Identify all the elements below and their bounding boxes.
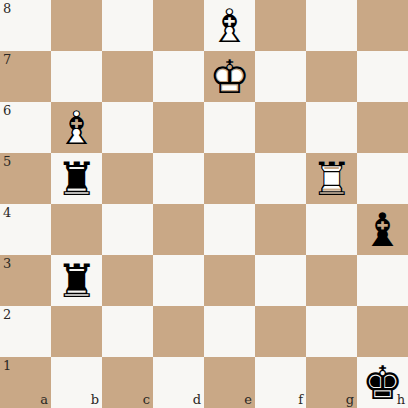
square-a4[interactable]: 4 <box>0 204 51 255</box>
square-e4[interactable] <box>204 204 255 255</box>
square-f7[interactable] <box>255 51 306 102</box>
square-d4[interactable] <box>153 204 204 255</box>
square-c8[interactable] <box>102 0 153 51</box>
black-king-icon: ♚ <box>357 357 408 408</box>
square-d2[interactable] <box>153 306 204 357</box>
file-label-c: c <box>143 393 150 406</box>
square-e1[interactable]: e <box>204 357 255 408</box>
white-rook-icon: ♖ <box>306 153 357 204</box>
rank-label-1: 1 <box>3 359 11 372</box>
square-f8[interactable] <box>255 0 306 51</box>
square-a8[interactable]: 8 <box>0 0 51 51</box>
rank-label-6: 6 <box>3 104 11 117</box>
square-g4[interactable] <box>306 204 357 255</box>
rank-label-4: 4 <box>3 206 11 219</box>
square-a1[interactable]: 1a <box>0 357 51 408</box>
square-g7[interactable] <box>306 51 357 102</box>
rank-label-3: 3 <box>3 257 11 270</box>
square-c1[interactable]: c <box>102 357 153 408</box>
square-h7[interactable] <box>357 51 408 102</box>
square-g2[interactable] <box>306 306 357 357</box>
square-e7[interactable]: ♚♔ <box>204 51 255 102</box>
square-c3[interactable] <box>102 255 153 306</box>
square-c7[interactable] <box>102 51 153 102</box>
square-b4[interactable] <box>51 204 102 255</box>
piece-black-rook-b5[interactable]: ♜ <box>51 153 102 204</box>
square-d8[interactable] <box>153 0 204 51</box>
white-king-icon: ♔ <box>204 51 255 102</box>
square-f6[interactable] <box>255 102 306 153</box>
square-e6[interactable] <box>204 102 255 153</box>
square-d7[interactable] <box>153 51 204 102</box>
square-h6[interactable] <box>357 102 408 153</box>
square-g1[interactable]: g <box>306 357 357 408</box>
square-b3[interactable]: ♜ <box>51 255 102 306</box>
file-label-f: f <box>298 393 303 406</box>
white-bishop-icon: ♗ <box>51 102 102 153</box>
file-label-d: d <box>193 393 201 406</box>
piece-black-rook-b3[interactable]: ♜ <box>51 255 102 306</box>
square-d5[interactable] <box>153 153 204 204</box>
file-label-a: a <box>40 393 48 406</box>
black-rook-icon: ♜ <box>51 255 102 306</box>
square-f4[interactable] <box>255 204 306 255</box>
square-b2[interactable] <box>51 306 102 357</box>
chess-board: 8♝♗7♚♔6♝♗5♜♜♖4♝3♜21abcdefgh♚ <box>0 0 408 408</box>
square-f2[interactable] <box>255 306 306 357</box>
square-f1[interactable]: f <box>255 357 306 408</box>
square-g5[interactable]: ♜♖ <box>306 153 357 204</box>
square-c4[interactable] <box>102 204 153 255</box>
square-h2[interactable] <box>357 306 408 357</box>
piece-white-king-e7[interactable]: ♚♔ <box>204 51 255 102</box>
piece-black-king-h1[interactable]: ♚ <box>357 357 408 408</box>
piece-white-rook-g5[interactable]: ♜♖ <box>306 153 357 204</box>
square-e8[interactable]: ♝♗ <box>204 0 255 51</box>
square-a3[interactable]: 3 <box>0 255 51 306</box>
piece-black-bishop-h4[interactable]: ♝ <box>357 204 408 255</box>
file-label-b: b <box>91 393 99 406</box>
black-rook-icon: ♜ <box>51 153 102 204</box>
file-label-g: g <box>346 393 354 406</box>
square-a2[interactable]: 2 <box>0 306 51 357</box>
square-d6[interactable] <box>153 102 204 153</box>
rank-label-8: 8 <box>3 2 11 15</box>
rank-label-2: 2 <box>3 308 11 321</box>
square-e2[interactable] <box>204 306 255 357</box>
square-g3[interactable] <box>306 255 357 306</box>
piece-white-bishop-b6[interactable]: ♝♗ <box>51 102 102 153</box>
piece-white-bishop-e8[interactable]: ♝♗ <box>204 0 255 51</box>
square-e5[interactable] <box>204 153 255 204</box>
square-c6[interactable] <box>102 102 153 153</box>
square-c2[interactable] <box>102 306 153 357</box>
square-h3[interactable] <box>357 255 408 306</box>
square-e3[interactable] <box>204 255 255 306</box>
square-d1[interactable]: d <box>153 357 204 408</box>
white-bishop-icon: ♗ <box>204 0 255 51</box>
square-h8[interactable] <box>357 0 408 51</box>
square-b7[interactable] <box>51 51 102 102</box>
square-f5[interactable] <box>255 153 306 204</box>
square-h5[interactable] <box>357 153 408 204</box>
square-g6[interactable] <box>306 102 357 153</box>
square-b6[interactable]: ♝♗ <box>51 102 102 153</box>
square-b1[interactable]: b <box>51 357 102 408</box>
square-f3[interactable] <box>255 255 306 306</box>
rank-label-5: 5 <box>3 155 11 168</box>
rank-label-7: 7 <box>3 53 11 66</box>
black-bishop-icon: ♝ <box>357 204 408 255</box>
square-b8[interactable] <box>51 0 102 51</box>
square-g8[interactable] <box>306 0 357 51</box>
square-c5[interactable] <box>102 153 153 204</box>
file-label-e: e <box>244 393 252 406</box>
square-a5[interactable]: 5 <box>0 153 51 204</box>
square-b5[interactable]: ♜ <box>51 153 102 204</box>
square-h1[interactable]: h♚ <box>357 357 408 408</box>
square-a7[interactable]: 7 <box>0 51 51 102</box>
square-h4[interactable]: ♝ <box>357 204 408 255</box>
square-d3[interactable] <box>153 255 204 306</box>
square-a6[interactable]: 6 <box>0 102 51 153</box>
